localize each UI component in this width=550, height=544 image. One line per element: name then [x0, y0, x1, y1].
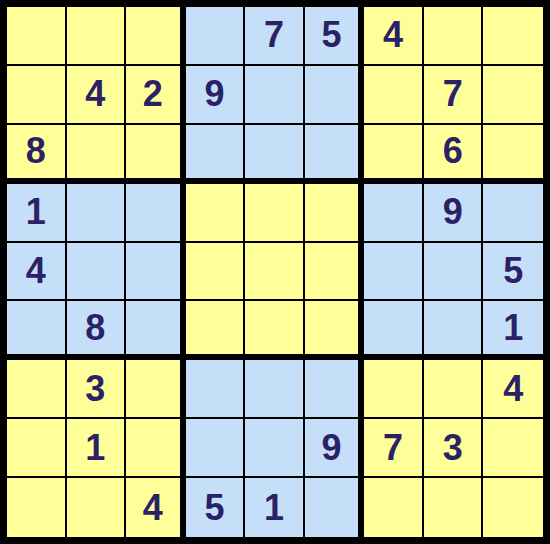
cell-r5c1[interactable]: 4	[7, 243, 67, 302]
cell-r3c7[interactable]	[364, 125, 424, 184]
cell-r2c3[interactable]: 2	[126, 66, 186, 125]
cell-r6c3[interactable]	[126, 301, 186, 360]
cell-r7c8[interactable]	[424, 360, 484, 419]
cell-r4c4[interactable]	[186, 184, 246, 243]
cell-r3c3[interactable]	[126, 125, 186, 184]
cell-r4c1[interactable]: 1	[7, 184, 67, 243]
cell-r7c7[interactable]	[364, 360, 424, 419]
cell-r6c4[interactable]	[186, 301, 246, 360]
cell-r4c3[interactable]	[126, 184, 186, 243]
cell-r8c1[interactable]	[7, 419, 67, 478]
cell-r1c4[interactable]	[186, 7, 246, 66]
cell-r8c7[interactable]: 7	[364, 419, 424, 478]
cell-r7c4[interactable]	[186, 360, 246, 419]
cell-r4c5[interactable]	[245, 184, 305, 243]
cell-r7c6[interactable]	[305, 360, 365, 419]
cell-r5c7[interactable]	[364, 243, 424, 302]
cell-r7c2[interactable]: 3	[67, 360, 127, 419]
cell-r6c7[interactable]	[364, 301, 424, 360]
cell-r1c5[interactable]: 7	[245, 7, 305, 66]
cell-r5c9[interactable]: 5	[483, 243, 543, 302]
cell-r1c6[interactable]: 5	[305, 7, 365, 66]
cell-r3c4[interactable]	[186, 125, 246, 184]
cell-r3c2[interactable]	[67, 125, 127, 184]
cell-r5c6[interactable]	[305, 243, 365, 302]
cell-r3c9[interactable]	[483, 125, 543, 184]
cell-r8c3[interactable]	[126, 419, 186, 478]
cell-r1c3[interactable]	[126, 7, 186, 66]
cell-r2c5[interactable]	[245, 66, 305, 125]
cell-r5c4[interactable]	[186, 243, 246, 302]
cell-r1c2[interactable]	[67, 7, 127, 66]
cell-r5c8[interactable]	[424, 243, 484, 302]
cell-r9c6[interactable]	[305, 478, 365, 537]
cell-r4c6[interactable]	[305, 184, 365, 243]
cell-r4c9[interactable]	[483, 184, 543, 243]
cell-r2c7[interactable]	[364, 66, 424, 125]
cell-r9c2[interactable]	[67, 478, 127, 537]
cell-r2c9[interactable]	[483, 66, 543, 125]
cell-r2c2[interactable]: 4	[67, 66, 127, 125]
cell-r8c8[interactable]: 3	[424, 419, 484, 478]
cell-r7c5[interactable]	[245, 360, 305, 419]
cell-r8c9[interactable]	[483, 419, 543, 478]
cell-r2c4[interactable]: 9	[186, 66, 246, 125]
cell-r1c1[interactable]	[7, 7, 67, 66]
cell-r6c8[interactable]	[424, 301, 484, 360]
cell-r9c7[interactable]	[364, 478, 424, 537]
cell-r4c7[interactable]	[364, 184, 424, 243]
cell-r3c1[interactable]: 8	[7, 125, 67, 184]
cell-r9c4[interactable]: 5	[186, 478, 246, 537]
cell-r8c4[interactable]	[186, 419, 246, 478]
cell-r4c2[interactable]	[67, 184, 127, 243]
cell-r2c1[interactable]	[7, 66, 67, 125]
cell-r9c5[interactable]: 1	[245, 478, 305, 537]
cell-r3c5[interactable]	[245, 125, 305, 184]
cell-r2c6[interactable]	[305, 66, 365, 125]
cell-r2c8[interactable]: 7	[424, 66, 484, 125]
cell-r6c5[interactable]	[245, 301, 305, 360]
cell-r5c2[interactable]	[67, 243, 127, 302]
cell-r7c9[interactable]: 4	[483, 360, 543, 419]
cell-r1c8[interactable]	[424, 7, 484, 66]
cell-r6c2[interactable]: 8	[67, 301, 127, 360]
cell-r9c8[interactable]	[424, 478, 484, 537]
cell-r4c8[interactable]: 9	[424, 184, 484, 243]
cell-r3c8[interactable]: 6	[424, 125, 484, 184]
sudoku-board: 754429786194581341973451	[0, 0, 550, 544]
cell-r5c3[interactable]	[126, 243, 186, 302]
cell-r8c6[interactable]: 9	[305, 419, 365, 478]
cell-r8c5[interactable]	[245, 419, 305, 478]
cell-r6c6[interactable]	[305, 301, 365, 360]
cell-r1c7[interactable]: 4	[364, 7, 424, 66]
cell-r9c1[interactable]	[7, 478, 67, 537]
cell-r3c6[interactable]	[305, 125, 365, 184]
cell-r6c1[interactable]	[7, 301, 67, 360]
cell-r9c9[interactable]	[483, 478, 543, 537]
cell-r8c2[interactable]: 1	[67, 419, 127, 478]
cell-r9c3[interactable]: 4	[126, 478, 186, 537]
cell-r6c9[interactable]: 1	[483, 301, 543, 360]
cell-r7c3[interactable]	[126, 360, 186, 419]
cell-r1c9[interactable]	[483, 7, 543, 66]
cell-r5c5[interactable]	[245, 243, 305, 302]
cell-r7c1[interactable]	[7, 360, 67, 419]
